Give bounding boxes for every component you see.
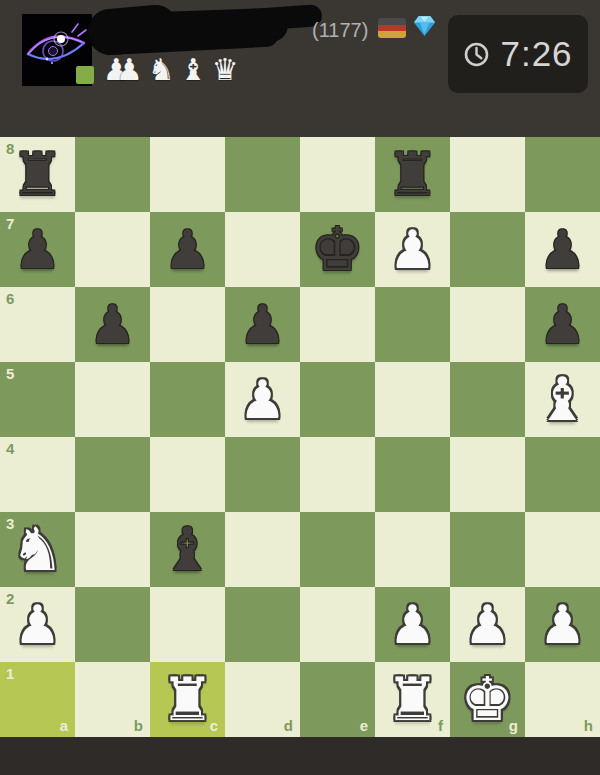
square-d1[interactable]: d — [225, 662, 300, 737]
piece-white-knight[interactable]: ♞ — [0, 512, 75, 587]
captured-bishop-icon: ♝ — [180, 52, 207, 88]
piece-white-pawn[interactable]: ♟ — [225, 362, 300, 437]
captured-queen-icon: ♛ — [212, 52, 239, 88]
player-header: KnightDarkness (1177) ♟♟♞♝♛ 7:26 — [0, 0, 600, 137]
piece-black-pawn[interactable]: ♟ — [150, 212, 225, 287]
piece-white-pawn[interactable]: ♟ — [375, 212, 450, 287]
square-h7[interactable]: ♟ — [525, 212, 600, 287]
square-b7[interactable] — [75, 212, 150, 287]
rank-label-4: 4 — [6, 441, 14, 456]
square-h2[interactable]: ♟ — [525, 587, 600, 662]
diamond-membership-icon — [412, 13, 437, 38]
square-d5[interactable]: ♟ — [225, 362, 300, 437]
rank-label-6: 6 — [6, 291, 14, 306]
square-a7[interactable]: 7♟ — [0, 212, 75, 287]
square-b2[interactable] — [75, 587, 150, 662]
square-b3[interactable] — [75, 512, 150, 587]
square-e3[interactable] — [300, 512, 375, 587]
piece-white-pawn[interactable]: ♟ — [525, 587, 600, 662]
square-c3[interactable]: ♝ — [150, 512, 225, 587]
square-b8[interactable] — [75, 137, 150, 212]
file-label-d: d — [284, 718, 293, 733]
piece-black-pawn[interactable]: ♟ — [0, 212, 75, 287]
square-c8[interactable] — [150, 137, 225, 212]
square-c4[interactable] — [150, 437, 225, 512]
square-f3[interactable] — [375, 512, 450, 587]
square-f2[interactable]: ♟ — [375, 587, 450, 662]
square-e4[interactable] — [300, 437, 375, 512]
square-g2[interactable]: ♟ — [450, 587, 525, 662]
square-b1[interactable]: b — [75, 662, 150, 737]
piece-white-rook[interactable]: ♜ — [375, 662, 450, 737]
piece-white-pawn[interactable]: ♟ — [0, 587, 75, 662]
player-username: KnightDarkness — [140, 20, 281, 42]
square-g7[interactable] — [450, 212, 525, 287]
square-e6[interactable] — [300, 287, 375, 362]
square-f6[interactable] — [375, 287, 450, 362]
square-b4[interactable] — [75, 437, 150, 512]
square-c7[interactable]: ♟ — [150, 212, 225, 287]
piece-black-pawn[interactable]: ♟ — [225, 287, 300, 362]
piece-white-pawn[interactable]: ♟ — [450, 587, 525, 662]
square-a6[interactable]: 6 — [0, 287, 75, 362]
square-f1[interactable]: f♜ — [375, 662, 450, 737]
square-g8[interactable] — [450, 137, 525, 212]
square-c2[interactable] — [150, 587, 225, 662]
file-label-e: e — [360, 718, 368, 733]
square-c5[interactable] — [150, 362, 225, 437]
online-status-badge — [76, 66, 94, 84]
square-e1[interactable]: e — [300, 662, 375, 737]
piece-white-pawn[interactable]: ♟ — [375, 587, 450, 662]
square-d6[interactable]: ♟ — [225, 287, 300, 362]
square-h4[interactable] — [525, 437, 600, 512]
square-g4[interactable] — [450, 437, 525, 512]
piece-black-pawn[interactable]: ♟ — [525, 212, 600, 287]
bottom-bar — [0, 737, 600, 775]
square-a8[interactable]: 8♜ — [0, 137, 75, 212]
piece-black-rook[interactable]: ♜ — [0, 137, 75, 212]
file-label-a: a — [60, 718, 68, 733]
square-h3[interactable] — [525, 512, 600, 587]
captured-pieces-tray: ♟♟♞♝♛ — [103, 52, 239, 88]
square-h6[interactable]: ♟ — [525, 287, 600, 362]
square-e7[interactable]: ♚ — [300, 212, 375, 287]
file-label-h: h — [584, 718, 593, 733]
square-d2[interactable] — [225, 587, 300, 662]
square-g3[interactable] — [450, 512, 525, 587]
captured-pawn-icon: ♟ — [116, 52, 143, 88]
square-b5[interactable] — [75, 362, 150, 437]
captured-knight-icon: ♞ — [148, 52, 175, 88]
file-label-b: b — [134, 718, 143, 733]
square-d8[interactable] — [225, 137, 300, 212]
square-g6[interactable] — [450, 287, 525, 362]
square-h1[interactable]: h — [525, 662, 600, 737]
square-h5[interactable]: ♝ — [525, 362, 600, 437]
piece-white-king[interactable]: ♚ — [450, 662, 525, 737]
square-d3[interactable] — [225, 512, 300, 587]
square-f7[interactable]: ♟ — [375, 212, 450, 287]
piece-white-bishop[interactable]: ♝ — [525, 362, 600, 437]
square-c6[interactable] — [150, 287, 225, 362]
square-a5[interactable]: 5 — [0, 362, 75, 437]
player-clock: 7:26 — [448, 15, 588, 93]
square-g1[interactable]: g♚ — [450, 662, 525, 737]
piece-black-bishop[interactable]: ♝ — [150, 512, 225, 587]
rank-label-5: 5 — [6, 366, 14, 381]
square-c1[interactable]: c♜ — [150, 662, 225, 737]
piece-black-king[interactable]: ♚ — [300, 212, 375, 287]
square-f5[interactable] — [375, 362, 450, 437]
chess-board: 8♜♜7♟♟♚♟♟6♟♟♟5♟♝43♞♝2♟♟♟♟1abc♜def♜g♚h — [0, 137, 600, 737]
square-a3[interactable]: 3♞ — [0, 512, 75, 587]
square-e8[interactable] — [300, 137, 375, 212]
square-h8[interactable] — [525, 137, 600, 212]
player-rating: (1177) — [312, 19, 368, 42]
piece-black-pawn[interactable]: ♟ — [525, 287, 600, 362]
square-g5[interactable] — [450, 362, 525, 437]
square-f8[interactable]: ♜ — [375, 137, 450, 212]
square-a2[interactable]: 2♟ — [0, 587, 75, 662]
square-e5[interactable] — [300, 362, 375, 437]
square-a1[interactable]: 1a — [0, 662, 75, 737]
clock-icon — [463, 41, 490, 68]
piece-black-pawn[interactable]: ♟ — [75, 287, 150, 362]
piece-black-rook[interactable]: ♜ — [375, 137, 450, 212]
square-d7[interactable] — [225, 212, 300, 287]
piece-white-rook[interactable]: ♜ — [150, 662, 225, 737]
square-e2[interactable] — [300, 587, 375, 662]
rank-label-1: 1 — [6, 666, 14, 681]
square-b6[interactable]: ♟ — [75, 287, 150, 362]
square-f4[interactable] — [375, 437, 450, 512]
square-d4[interactable] — [225, 437, 300, 512]
clock-time: 7:26 — [500, 34, 572, 74]
square-a4[interactable]: 4 — [0, 437, 75, 512]
germany-flag-icon — [378, 18, 406, 38]
